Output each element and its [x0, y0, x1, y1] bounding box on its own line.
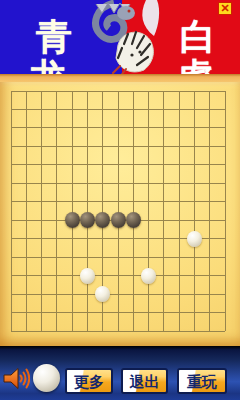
grid-line-h: [11, 257, 225, 258]
black-stone: [95, 212, 110, 228]
black-stone: [126, 212, 141, 228]
grid-line-h: [11, 109, 225, 110]
grid-line-h: [11, 127, 225, 128]
black-stone: [65, 212, 80, 228]
grid-line-h: [11, 331, 225, 332]
black-stone: [111, 212, 126, 228]
bottom-toolbar: 更多 退出 重玩: [0, 346, 240, 400]
app-screen: 青龙 白虎 ✕: [0, 0, 240, 400]
game-board[interactable]: [0, 82, 240, 346]
grid-line-h: [11, 183, 225, 184]
dragon-tiger-artwork: [84, 0, 166, 74]
black-stone: [80, 212, 95, 228]
white-stone: [80, 268, 95, 284]
grid-line-h: [11, 294, 225, 295]
board-top-edge: [0, 74, 240, 82]
grid-line-h: [11, 312, 225, 313]
turn-indicator-stones: [33, 357, 66, 392]
grid-line-h: [11, 91, 225, 92]
replay-button[interactable]: 重玩: [177, 368, 227, 394]
grid-line-h: [11, 201, 225, 202]
speaker-icon[interactable]: [3, 365, 30, 392]
close-button[interactable]: ✕: [218, 2, 232, 15]
grid-line-h: [11, 164, 225, 165]
white-stone: [187, 231, 202, 247]
more-button[interactable]: 更多: [65, 368, 113, 394]
white-stone: [95, 286, 110, 302]
white-stone: [141, 268, 156, 284]
white-stone-icon: [33, 364, 60, 392]
header: 青龙 白虎 ✕: [0, 0, 240, 74]
grid-line-h: [11, 146, 225, 147]
exit-button[interactable]: 退出: [121, 368, 168, 394]
grid-line-h: [11, 275, 225, 276]
